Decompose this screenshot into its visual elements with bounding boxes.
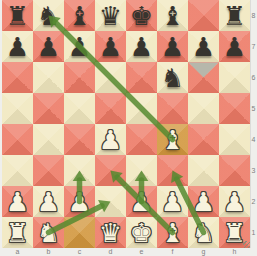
piece-black-knight-b8[interactable]: ♞ bbox=[33, 0, 64, 31]
square-c6[interactable] bbox=[64, 62, 95, 93]
square-h3[interactable] bbox=[219, 155, 250, 186]
piece-black-queen-d8[interactable]: ♛ bbox=[95, 0, 126, 31]
piece-black-pawn-g7[interactable]: ♟ bbox=[188, 31, 219, 62]
square-a7[interactable]: ♟ bbox=[2, 31, 33, 62]
square-d8[interactable]: ♛ bbox=[95, 0, 126, 31]
square-e1[interactable]: ♚ bbox=[126, 217, 157, 248]
square-e5[interactable] bbox=[126, 93, 157, 124]
square-f8[interactable]: ♝ bbox=[157, 0, 188, 31]
piece-white-pawn-d4[interactable]: ♟ bbox=[95, 124, 126, 155]
piece-black-rook-h8[interactable]: ♜ bbox=[219, 0, 250, 31]
square-d3[interactable] bbox=[95, 155, 126, 186]
piece-white-rook-a1[interactable]: ♜ bbox=[2, 217, 33, 248]
square-f2[interactable]: ♟ bbox=[157, 186, 188, 217]
piece-white-king-e1[interactable]: ♚ bbox=[126, 217, 157, 248]
square-g2[interactable]: ♟ bbox=[188, 186, 219, 217]
square-g1[interactable]: ♞ bbox=[188, 217, 219, 248]
square-f7[interactable]: ♟ bbox=[157, 31, 188, 62]
piece-white-bishop-f1[interactable]: ♝ bbox=[157, 217, 188, 248]
piece-black-pawn-e7[interactable]: ♟ bbox=[126, 31, 157, 62]
piece-black-rook-a8[interactable]: ♜ bbox=[2, 0, 33, 31]
rank-label-5: 5 bbox=[250, 93, 257, 124]
file-label-f: f bbox=[157, 247, 188, 256]
square-c4[interactable] bbox=[64, 124, 95, 155]
file-coordinates: abcdefgh bbox=[2, 247, 250, 256]
square-c7[interactable]: ♟ bbox=[64, 31, 95, 62]
square-g3[interactable] bbox=[188, 155, 219, 186]
square-a5[interactable] bbox=[2, 93, 33, 124]
piece-white-pawn-e2[interactable]: ♟ bbox=[126, 186, 157, 217]
square-e8[interactable]: ♚ bbox=[126, 0, 157, 31]
piece-black-bishop-c8[interactable]: ♝ bbox=[64, 0, 95, 31]
chess-board[interactable]: ♜♞♝♛♚♝♜♟♟♟♟♟♟♟♟♞♟♝♟♟♟♟♟♟♟♜♞♛♚♝♞♜ bbox=[2, 0, 251, 248]
square-g8[interactable] bbox=[188, 0, 219, 31]
piece-white-knight-b1[interactable]: ♞ bbox=[33, 217, 64, 248]
piece-white-pawn-c2[interactable]: ♟ bbox=[64, 186, 95, 217]
square-f5[interactable] bbox=[157, 93, 188, 124]
square-a1[interactable]: ♜ bbox=[2, 217, 33, 248]
piece-black-pawn-c7[interactable]: ♟ bbox=[64, 31, 95, 62]
piece-black-pawn-b7[interactable]: ♟ bbox=[33, 31, 64, 62]
square-h2[interactable]: ♟ bbox=[219, 186, 250, 217]
piece-white-bishop-f4[interactable]: ♝ bbox=[157, 124, 188, 155]
square-c1[interactable] bbox=[64, 217, 95, 248]
square-d5[interactable] bbox=[95, 93, 126, 124]
square-d1[interactable]: ♛ bbox=[95, 217, 126, 248]
square-e4[interactable] bbox=[126, 124, 157, 155]
piece-white-pawn-a2[interactable]: ♟ bbox=[2, 186, 33, 217]
square-d7[interactable]: ♟ bbox=[95, 31, 126, 62]
square-c3[interactable] bbox=[64, 155, 95, 186]
square-a2[interactable]: ♟ bbox=[2, 186, 33, 217]
square-g6[interactable] bbox=[188, 62, 219, 93]
square-h8[interactable]: ♜ bbox=[219, 0, 250, 31]
square-e2[interactable]: ♟ bbox=[126, 186, 157, 217]
square-c8[interactable]: ♝ bbox=[64, 0, 95, 31]
piece-black-pawn-h7[interactable]: ♟ bbox=[219, 31, 250, 62]
piece-black-bishop-f8[interactable]: ♝ bbox=[157, 0, 188, 31]
rank-label-1: 1 bbox=[250, 217, 257, 248]
piece-white-pawn-h2[interactable]: ♟ bbox=[219, 186, 250, 217]
file-label-g: g bbox=[188, 247, 219, 256]
square-b1[interactable]: ♞ bbox=[33, 217, 64, 248]
square-e3[interactable] bbox=[126, 155, 157, 186]
square-b8[interactable]: ♞ bbox=[33, 0, 64, 31]
piece-black-pawn-d7[interactable]: ♟ bbox=[95, 31, 126, 62]
square-b7[interactable]: ♟ bbox=[33, 31, 64, 62]
square-c5[interactable] bbox=[64, 93, 95, 124]
rank-label-8: 8 bbox=[250, 0, 257, 31]
piece-white-knight-g1[interactable]: ♞ bbox=[188, 217, 219, 248]
square-f4[interactable]: ♝ bbox=[157, 124, 188, 155]
square-b5[interactable] bbox=[33, 93, 64, 124]
rank-label-2: 2 bbox=[250, 186, 257, 217]
square-h7[interactable]: ♟ bbox=[219, 31, 250, 62]
rank-label-3: 3 bbox=[250, 155, 257, 186]
file-label-d: d bbox=[95, 247, 126, 256]
file-label-e: e bbox=[126, 247, 157, 256]
rank-label-4: 4 bbox=[250, 124, 257, 155]
piece-white-queen-d1[interactable]: ♛ bbox=[95, 217, 126, 248]
square-g5[interactable] bbox=[188, 93, 219, 124]
piece-black-knight-f6[interactable]: ♞ bbox=[157, 62, 188, 93]
piece-black-pawn-a7[interactable]: ♟ bbox=[2, 31, 33, 62]
piece-black-king-e8[interactable]: ♚ bbox=[126, 0, 157, 31]
square-e6[interactable] bbox=[126, 62, 157, 93]
file-label-h: h bbox=[219, 247, 250, 256]
square-b3[interactable] bbox=[33, 155, 64, 186]
square-h6[interactable] bbox=[219, 62, 250, 93]
square-f1[interactable]: ♝ bbox=[157, 217, 188, 248]
square-a4[interactable] bbox=[2, 124, 33, 155]
piece-white-pawn-g2[interactable]: ♟ bbox=[188, 186, 219, 217]
square-a6[interactable] bbox=[2, 62, 33, 93]
square-c2[interactable]: ♟ bbox=[64, 186, 95, 217]
square-e7[interactable]: ♟ bbox=[126, 31, 157, 62]
square-h4[interactable] bbox=[219, 124, 250, 155]
rank-label-6: 6 bbox=[250, 62, 257, 93]
piece-white-pawn-f2[interactable]: ♟ bbox=[157, 186, 188, 217]
square-d2[interactable] bbox=[95, 186, 126, 217]
square-g7[interactable]: ♟ bbox=[188, 31, 219, 62]
square-a3[interactable] bbox=[2, 155, 33, 186]
square-b2[interactable]: ♟ bbox=[33, 186, 64, 217]
file-label-b: b bbox=[33, 247, 64, 256]
square-b4[interactable] bbox=[33, 124, 64, 155]
square-a8[interactable]: ♜ bbox=[2, 0, 33, 31]
square-f3[interactable] bbox=[157, 155, 188, 186]
square-f6[interactable]: ♞ bbox=[157, 62, 188, 93]
rank-coordinates: 12345678 bbox=[250, 0, 257, 248]
square-h5[interactable] bbox=[219, 93, 250, 124]
board-resize-handle[interactable] bbox=[243, 241, 250, 248]
piece-black-pawn-f7[interactable]: ♟ bbox=[157, 31, 188, 62]
piece-white-pawn-b2[interactable]: ♟ bbox=[33, 186, 64, 217]
square-g4[interactable] bbox=[188, 124, 219, 155]
file-label-a: a bbox=[2, 247, 33, 256]
square-d4[interactable]: ♟ bbox=[95, 124, 126, 155]
analysis-board-page: ♜♞♝♛♚♝♜♟♟♟♟♟♟♟♟♞♟♝♟♟♟♟♟♟♟♜♞♛♚♝♞♜ 1234567… bbox=[0, 0, 257, 256]
rank-label-7: 7 bbox=[250, 31, 257, 62]
file-label-c: c bbox=[64, 247, 95, 256]
square-d6[interactable] bbox=[95, 62, 126, 93]
square-b6[interactable] bbox=[33, 62, 64, 93]
